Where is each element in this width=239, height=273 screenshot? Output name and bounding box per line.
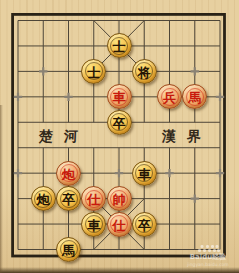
- piece-black-chariot[interactable]: 車: [132, 161, 157, 186]
- piece-black-soldier[interactable]: 卒: [132, 212, 157, 237]
- piece-glyph: 仕: [87, 193, 100, 206]
- watermark-url: jingyan.baidu.com: [183, 261, 233, 266]
- piece-glyph: 帥: [113, 193, 126, 206]
- piece-glyph: 炮: [62, 167, 75, 180]
- piece-black-general[interactable]: 将: [132, 59, 157, 84]
- piece-glyph: 仕: [113, 218, 126, 231]
- piece-glyph: 馬: [188, 91, 201, 104]
- watermark-logo-icon: [197, 245, 219, 252]
- piece-glyph: 車: [138, 167, 151, 180]
- piece-black-soldier[interactable]: 卒: [107, 110, 132, 135]
- piece-red-cannon[interactable]: 炮: [56, 161, 81, 186]
- piece-red-general[interactable]: 帥: [107, 186, 132, 211]
- xiangqi-board: 楚河 漢界 士士将車兵馬卒炮車炮卒仕帥車仕卒馬 Baidu经验 jingyan.…: [0, 0, 239, 273]
- piece-black-cannon[interactable]: 炮: [31, 186, 56, 211]
- piece-glyph: 士: [113, 40, 126, 53]
- piece-black-soldier[interactable]: 卒: [56, 186, 81, 211]
- piece-black-advisor[interactable]: 士: [107, 33, 132, 58]
- baidu-jingyan-watermark: Baidu经验 jingyan.baidu.com: [180, 245, 236, 267]
- piece-glyph: 炮: [37, 193, 50, 206]
- piece-red-chariot[interactable]: 車: [107, 84, 132, 109]
- piece-red-advisor[interactable]: 仕: [107, 212, 132, 237]
- piece-glyph: 士: [87, 65, 100, 78]
- piece-glyph: 将: [138, 65, 151, 78]
- watermark-title: Baidu经验: [180, 253, 236, 261]
- piece-glyph: 卒: [62, 193, 75, 206]
- piece-glyph: 卒: [138, 218, 151, 231]
- photo-edge-shadow-left: [0, 105, 3, 273]
- piece-glyph: 馬: [62, 243, 75, 256]
- piece-glyph: 車: [87, 218, 100, 231]
- piece-black-chariot[interactable]: 車: [81, 212, 106, 237]
- river-label-han-jie: 漢界: [162, 128, 213, 144]
- piece-glyph: 卒: [113, 116, 126, 129]
- piece-black-horse[interactable]: 馬: [56, 237, 81, 262]
- photo-edge-shadow-bottom: [0, 267, 239, 273]
- river-label-chu-he: 楚河: [39, 128, 90, 144]
- piece-glyph: 兵: [163, 91, 176, 104]
- piece-glyph: 車: [113, 91, 126, 104]
- piece-black-advisor[interactable]: 士: [81, 59, 106, 84]
